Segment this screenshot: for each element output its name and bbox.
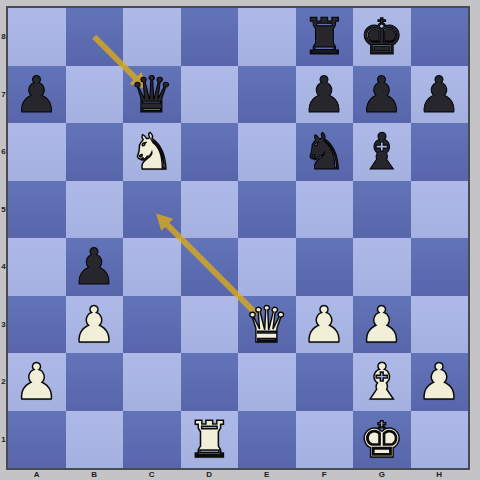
- square-h7[interactable]: ♟: [411, 66, 469, 124]
- square-h8[interactable]: [411, 8, 469, 66]
- square-f5[interactable]: [296, 181, 354, 239]
- rank-label-3: 3: [0, 296, 7, 354]
- file-labels: ABCDEFGH: [8, 469, 468, 480]
- square-d8[interactable]: [181, 8, 239, 66]
- square-e8[interactable]: [238, 8, 296, 66]
- rank-label-7: 7: [0, 66, 7, 124]
- square-b7[interactable]: [66, 66, 124, 124]
- square-g1[interactable]: ♚: [353, 411, 411, 469]
- square-a5[interactable]: [8, 181, 66, 239]
- square-a8[interactable]: [8, 8, 66, 66]
- square-h6[interactable]: [411, 123, 469, 181]
- file-label-e: E: [238, 469, 296, 480]
- square-f4[interactable]: [296, 238, 354, 296]
- square-d2[interactable]: [181, 353, 239, 411]
- square-e5[interactable]: [238, 181, 296, 239]
- square-g6[interactable]: ♝: [353, 123, 411, 181]
- square-d1[interactable]: ♜: [181, 411, 239, 469]
- square-c5[interactable]: [123, 181, 181, 239]
- square-g5[interactable]: [353, 181, 411, 239]
- black-pawn-f7[interactable]: ♟: [302, 67, 347, 125]
- square-h2[interactable]: ♟: [411, 353, 469, 411]
- square-e1[interactable]: [238, 411, 296, 469]
- square-f7[interactable]: ♟: [296, 66, 354, 124]
- black-rook-f8[interactable]: ♜: [302, 9, 347, 67]
- square-a7[interactable]: ♟: [8, 66, 66, 124]
- black-pawn-b4[interactable]: ♟: [72, 239, 117, 297]
- square-f1[interactable]: [296, 411, 354, 469]
- square-g2[interactable]: ♝: [353, 353, 411, 411]
- black-queen-c7[interactable]: ♛: [129, 67, 174, 125]
- white-pawn-a2[interactable]: ♟: [14, 354, 59, 412]
- file-label-a: A: [8, 469, 66, 480]
- square-h1[interactable]: [411, 411, 469, 469]
- black-knight-f6[interactable]: ♞: [302, 124, 347, 182]
- white-pawn-h2[interactable]: ♟: [417, 354, 462, 412]
- white-rook-d1[interactable]: ♜: [187, 412, 232, 470]
- square-d5[interactable]: [181, 181, 239, 239]
- square-g3[interactable]: ♟: [353, 296, 411, 354]
- file-label-h: H: [411, 469, 469, 480]
- white-pawn-f3[interactable]: ♟: [302, 297, 347, 355]
- black-king-g8[interactable]: ♚: [359, 9, 404, 67]
- rank-label-4: 4: [0, 238, 7, 296]
- chess-board[interactable]: ♜♚♟♛♟♟♟♞♞♝♟♟♛♟♟♟♝♟♜♚: [8, 8, 468, 468]
- black-pawn-g7[interactable]: ♟: [359, 67, 404, 125]
- square-g8[interactable]: ♚: [353, 8, 411, 66]
- square-e4[interactable]: [238, 238, 296, 296]
- board-frame: ♜♚♟♛♟♟♟♞♞♝♟♟♛♟♟♟♝♟♜♚: [6, 6, 470, 470]
- square-f2[interactable]: [296, 353, 354, 411]
- square-c1[interactable]: [123, 411, 181, 469]
- square-g7[interactable]: ♟: [353, 66, 411, 124]
- square-c2[interactable]: [123, 353, 181, 411]
- square-e2[interactable]: [238, 353, 296, 411]
- square-c3[interactable]: [123, 296, 181, 354]
- square-a6[interactable]: [8, 123, 66, 181]
- square-f3[interactable]: ♟: [296, 296, 354, 354]
- square-c6[interactable]: ♞: [123, 123, 181, 181]
- white-queen-e3[interactable]: ♛: [244, 297, 289, 355]
- rank-label-8: 8: [0, 8, 7, 66]
- rank-label-2: 2: [0, 353, 7, 411]
- file-label-g: G: [353, 469, 411, 480]
- white-pawn-b3[interactable]: ♟: [72, 297, 117, 355]
- rank-label-1: 1: [0, 411, 7, 469]
- file-label-d: D: [181, 469, 239, 480]
- square-b6[interactable]: [66, 123, 124, 181]
- black-pawn-h7[interactable]: ♟: [417, 67, 462, 125]
- file-label-b: B: [66, 469, 124, 480]
- square-d4[interactable]: [181, 238, 239, 296]
- square-a1[interactable]: [8, 411, 66, 469]
- square-b1[interactable]: [66, 411, 124, 469]
- square-d6[interactable]: [181, 123, 239, 181]
- square-c8[interactable]: [123, 8, 181, 66]
- square-e3[interactable]: ♛: [238, 296, 296, 354]
- file-label-c: C: [123, 469, 181, 480]
- square-b3[interactable]: ♟: [66, 296, 124, 354]
- black-pawn-a7[interactable]: ♟: [14, 67, 59, 125]
- square-f8[interactable]: ♜: [296, 8, 354, 66]
- square-d3[interactable]: [181, 296, 239, 354]
- square-b8[interactable]: [66, 8, 124, 66]
- white-pawn-g3[interactable]: ♟: [359, 297, 404, 355]
- black-bishop-g6[interactable]: ♝: [359, 124, 404, 182]
- square-a2[interactable]: ♟: [8, 353, 66, 411]
- chess-gui-screen: { "game": "chess", "position": { "fen": …: [0, 0, 480, 480]
- square-g4[interactable]: [353, 238, 411, 296]
- rank-labels: 87654321: [0, 8, 7, 468]
- square-h3[interactable]: [411, 296, 469, 354]
- square-c4[interactable]: [123, 238, 181, 296]
- white-king-g1[interactable]: ♚: [359, 412, 404, 470]
- square-c7[interactable]: ♛: [123, 66, 181, 124]
- white-bishop-g2[interactable]: ♝: [359, 354, 404, 412]
- square-b4[interactable]: ♟: [66, 238, 124, 296]
- square-a4[interactable]: [8, 238, 66, 296]
- rank-label-6: 6: [0, 123, 7, 181]
- square-b5[interactable]: [66, 181, 124, 239]
- square-b2[interactable]: [66, 353, 124, 411]
- square-d7[interactable]: [181, 66, 239, 124]
- square-e7[interactable]: [238, 66, 296, 124]
- square-h4[interactable]: [411, 238, 469, 296]
- square-a3[interactable]: [8, 296, 66, 354]
- file-label-f: F: [296, 469, 354, 480]
- rank-label-5: 5: [0, 181, 7, 239]
- square-f6[interactable]: ♞: [296, 123, 354, 181]
- square-e6[interactable]: [238, 123, 296, 181]
- square-h5[interactable]: [411, 181, 469, 239]
- white-knight-c6[interactable]: ♞: [129, 124, 174, 182]
